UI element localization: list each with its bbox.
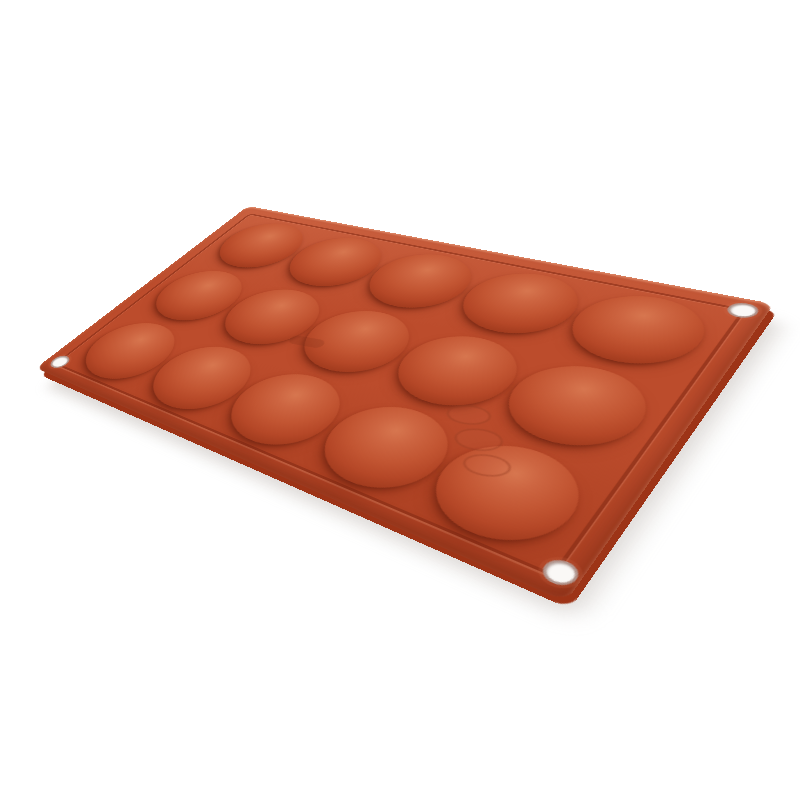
product-photo-stage xyxy=(0,0,800,800)
cavity-grid xyxy=(248,206,774,304)
corner-hanging-hole xyxy=(723,301,762,320)
embossed-stamp xyxy=(443,403,495,428)
corner-hanging-hole xyxy=(537,556,584,590)
corner-hanging-hole xyxy=(47,354,73,370)
